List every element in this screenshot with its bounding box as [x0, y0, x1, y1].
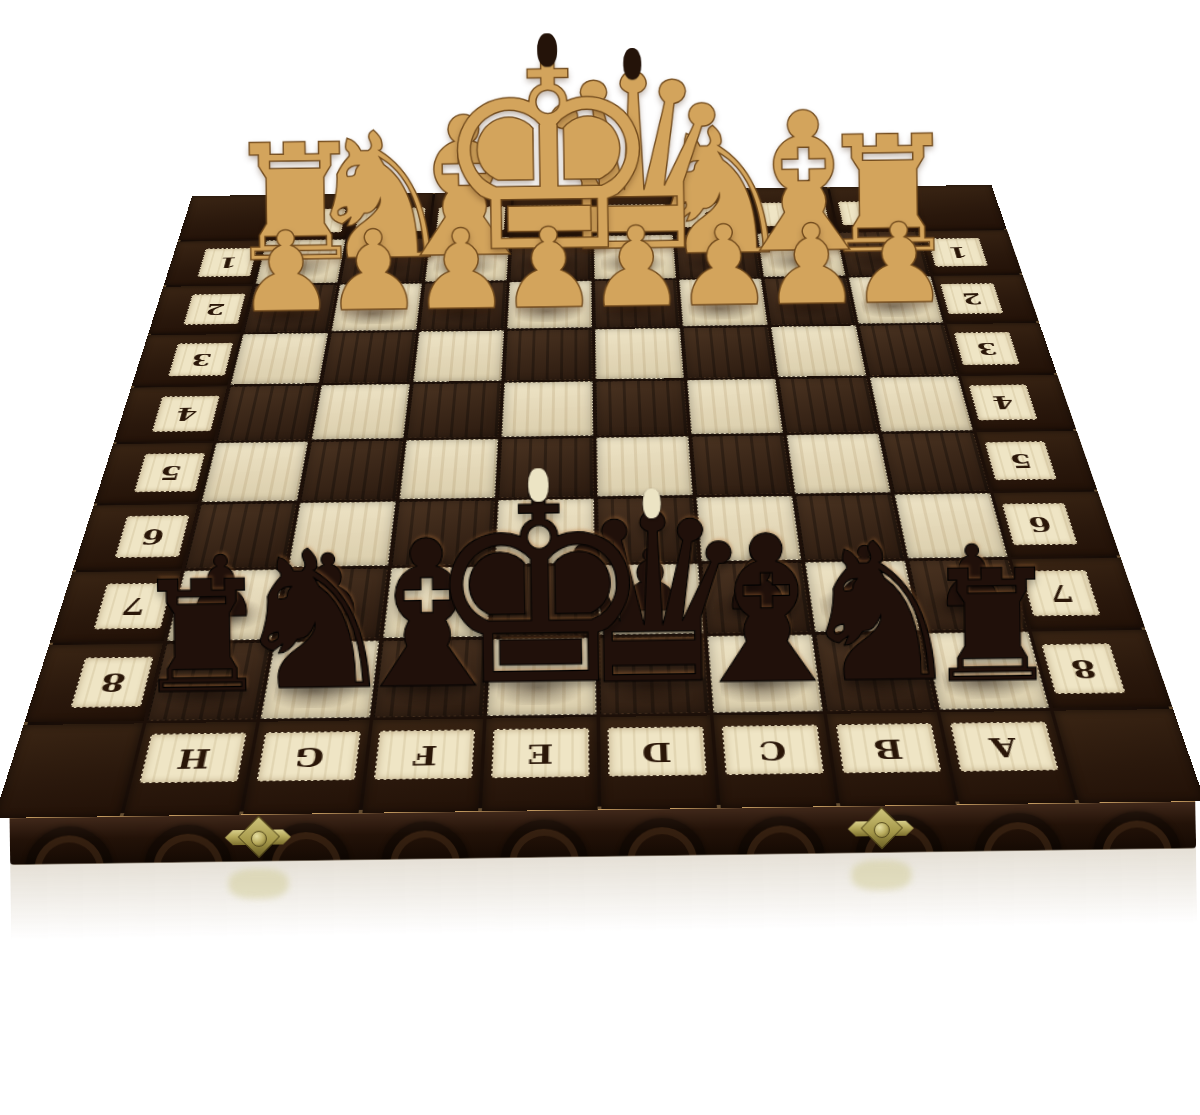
file-label-plaque: G: [257, 731, 361, 782]
rank-label-plaque: 6: [1002, 503, 1079, 546]
left-rail-cell: 1: [164, 240, 264, 285]
square-b3: [771, 325, 867, 376]
dark-finial: [537, 33, 557, 67]
square-g3: [322, 332, 416, 384]
square-f1: ♝: [425, 237, 509, 282]
rank-label: 4: [173, 405, 198, 423]
frame-corner: [178, 195, 275, 240]
piece-shadow: [497, 666, 587, 705]
file-label-plaque: E: [492, 728, 590, 779]
piece-white-bishop: ♝: [716, 86, 891, 280]
file-label: H: [297, 214, 322, 227]
piece-white-pawn: ♟: [411, 214, 512, 326]
left-rail-cell: 8: [24, 644, 162, 723]
piece-white-bishop: ♝: [377, 91, 552, 285]
near-rail-cell: G: [243, 720, 370, 814]
far-rail-cell: C: [672, 188, 755, 233]
near-rail-cell: E: [482, 717, 598, 811]
piece-shadow: [829, 662, 924, 701]
piece-shadow: [253, 302, 327, 326]
file-label-plaque: A: [838, 201, 911, 226]
right-rail-cell: 5: [977, 431, 1097, 491]
rank-label: 7: [1045, 581, 1075, 604]
square-a8: ♜: [924, 631, 1050, 709]
square-c6: [696, 496, 801, 562]
square-e7: [491, 565, 596, 637]
square-a1: ♜: [839, 231, 930, 275]
file-label-plaque: E: [518, 205, 586, 230]
square-h5: [201, 441, 308, 502]
right-rail-cell: 4: [961, 375, 1076, 431]
piece-shadow: [818, 587, 909, 623]
file-label: F: [412, 741, 438, 767]
far-rail-cell: A: [830, 186, 918, 231]
dark-finial: [623, 48, 642, 80]
piece-white-pawn: ♟: [849, 208, 950, 320]
rank-label: 5: [1007, 451, 1034, 470]
far-rail-cell: E: [512, 190, 591, 235]
file-label: B: [871, 735, 904, 761]
square-d7: ♟: [598, 564, 704, 636]
square-b2: ♟: [764, 277, 856, 325]
square-a4: [870, 376, 973, 432]
file-label-plaque: G: [355, 207, 426, 232]
file-label: C: [757, 737, 787, 763]
rank-label-plaque: 5: [984, 441, 1057, 481]
carved-circle-ornament: [25, 826, 114, 865]
square-e4: [501, 381, 593, 437]
rank-label-plaque: 1: [197, 248, 257, 278]
square-e3: [504, 329, 592, 381]
frame-corner: [1054, 709, 1200, 803]
piece-shadow: [774, 295, 847, 319]
square-d5: [596, 436, 693, 496]
rank-label: 3: [189, 351, 213, 368]
rank-label-plaque: 1: [927, 238, 988, 267]
file-label-plaque: B: [836, 723, 941, 774]
file-label: F: [462, 212, 480, 225]
rank-label: 1: [946, 245, 969, 259]
rank-label-plaque: 6: [114, 515, 190, 558]
square-h4: [217, 385, 319, 441]
square-h3: [231, 333, 329, 385]
square-g5: [300, 440, 403, 500]
piece-shadow: [609, 665, 699, 704]
near-rail-cell: C: [713, 714, 836, 808]
near-rail-cell: A: [940, 711, 1075, 805]
piece-shadow: [688, 296, 760, 320]
right-rail-cell: 8: [1032, 630, 1172, 708]
square-h1: ♜: [256, 239, 346, 284]
square-d2: ♟: [594, 280, 680, 328]
left-rail-cell: 3: [132, 334, 241, 386]
piece-shadow: [923, 585, 1016, 621]
square-c7: ♟: [701, 562, 811, 633]
square-g2: ♟: [331, 283, 422, 331]
piece-shadow: [850, 248, 922, 270]
rank-label-plaque: 3: [954, 332, 1021, 366]
square-f5: [399, 439, 498, 499]
piece-shadow: [264, 256, 335, 278]
latch-reflection: [851, 860, 911, 891]
square-b7: ♟: [805, 561, 920, 632]
frame-corner: [908, 185, 1006, 230]
square-d1: ♛: [594, 235, 677, 280]
square-f7: [383, 566, 491, 638]
piece-shadow: [713, 588, 801, 624]
left-rail-cell: 6: [73, 504, 198, 570]
piece-shadow: [427, 300, 498, 324]
square-d4: [596, 380, 689, 436]
piece-shadow: [286, 594, 376, 630]
square-a2: ♟: [849, 276, 944, 324]
square-b1: ♝: [757, 232, 845, 277]
square-b8: ♞: [815, 633, 936, 711]
rank-label-plaque: 3: [168, 342, 234, 376]
hinge-clasp-loop: [801, 178, 825, 197]
square-b6: [795, 494, 904, 559]
piece-shadow: [602, 297, 672, 321]
chess-board: HGFEDCBA1♜♞♝♚♛♞♝♜12♟♟♟♟♟♟♟♟2334455667♟♟♟…: [0, 185, 1200, 818]
square-f8: ♝: [374, 639, 488, 718]
piece-shadow: [607, 590, 693, 626]
file-label-plaque: H: [140, 733, 247, 784]
file-label-plaque: D: [599, 204, 667, 229]
file-label: G: [379, 213, 401, 226]
file-label-plaque: B: [758, 202, 829, 227]
piece-white-pawn: ♟: [586, 212, 687, 324]
square-a6: [894, 493, 1008, 558]
piece-white-rook: ♜: [222, 122, 368, 284]
file-label: E: [543, 211, 561, 224]
right-rail-cell: 3: [947, 323, 1057, 374]
square-f3: [413, 330, 504, 382]
piece-white-pawn: ♟: [236, 216, 337, 328]
perspective-tilt-wrapper: HGFEDCBA1♜♞♝♚♛♞♝♜12♟♟♟♟♟♟♟♟2334455667♟♟♟…: [0, 0, 1200, 1115]
rank-label-plaque: 4: [151, 395, 220, 432]
piece-white-queen: ♛: [524, 42, 744, 287]
near-rail-cell: F: [362, 719, 483, 813]
square-h6: [185, 503, 297, 569]
far-rail-cell: D: [593, 189, 673, 234]
piece-white-pawn: ♟: [674, 210, 775, 322]
piece-shadow: [601, 251, 669, 273]
rank-label-plaque: 8: [70, 656, 154, 708]
left-rail-cell: 7: [50, 571, 181, 643]
far-rail-cell: F: [430, 192, 512, 237]
brass-latch-right: [848, 811, 914, 848]
rank-label-plaque: 7: [1020, 570, 1101, 617]
carved-circle-ornament: [144, 824, 233, 865]
right-rail-cell: 6: [993, 492, 1119, 557]
rank-label-plaque: 7: [93, 582, 172, 629]
piece-shadow: [515, 298, 585, 322]
piece-shadow: [340, 301, 412, 325]
square-c4: [687, 379, 783, 435]
rank-label: 4: [990, 393, 1016, 411]
piece-white-king: ♚: [430, 26, 667, 289]
piece-white-pawn: ♟: [498, 213, 599, 325]
file-label: B: [782, 208, 804, 221]
rank-label: 1: [217, 255, 239, 269]
square-a5: [881, 432, 989, 492]
file-label: A: [987, 733, 1020, 759]
far-rail-cell: B: [751, 187, 837, 232]
left-rail-cell: 4: [114, 386, 228, 442]
file-label-plaque: C: [722, 725, 824, 776]
file-label-plaque: F: [436, 206, 505, 231]
piece-white-knight: ♞: [640, 104, 798, 280]
file-label: D: [622, 210, 643, 223]
piece-white-pawn: ♟: [323, 215, 424, 327]
square-c5: [691, 435, 791, 495]
latch-reflection: [228, 868, 288, 899]
left-rail-cell: 2: [148, 286, 252, 334]
rank-label-plaque: 5: [134, 453, 206, 493]
square-g4: [312, 384, 410, 440]
piece-white-pawn: ♟: [761, 209, 862, 321]
square-f6: [391, 500, 494, 566]
square-f2: ♟: [419, 282, 507, 330]
file-label: E: [528, 740, 555, 766]
square-a3: [859, 324, 958, 375]
square-g7: ♟: [275, 568, 388, 640]
square-d6: [597, 497, 698, 563]
file-label-plaque: H: [274, 208, 346, 233]
piece-shadow: [272, 669, 366, 708]
file-label-plaque: D: [608, 726, 707, 777]
brass-latch-left: [225, 819, 291, 856]
table-reflection: [10, 848, 1197, 970]
square-e6: [495, 499, 595, 565]
near-rail-cell: B: [827, 712, 956, 806]
piece-shadow: [860, 294, 935, 318]
file-label-plaque: C: [678, 203, 748, 228]
rank-label: 6: [139, 526, 167, 547]
square-c2: ♟: [679, 278, 768, 326]
rank-label-plaque: 8: [1041, 643, 1126, 695]
file-label: A: [863, 207, 884, 220]
square-b5: [786, 434, 890, 494]
square-d3: [595, 328, 684, 380]
square-h7: ♟: [167, 569, 285, 641]
rank-label: 2: [960, 291, 984, 306]
square-e1: ♚: [510, 236, 592, 281]
square-h2: ♟: [244, 284, 338, 332]
near-rail-cell: H: [123, 722, 256, 816]
file-label: C: [703, 209, 723, 222]
chess-set-photo: HGFEDCBA1♜♞♝♚♛♞♝♜12♟♟♟♟♟♟♟♟2334455667♟♟♟…: [0, 0, 1200, 1115]
square-h8: ♜: [147, 642, 271, 721]
piece-shadow: [767, 249, 837, 271]
rank-label: 2: [203, 301, 226, 317]
square-g6: [288, 501, 396, 567]
frame-corner: [0, 723, 143, 818]
square-b4: [778, 377, 878, 433]
piece-shadow: [385, 668, 477, 707]
piece-shadow: [433, 253, 501, 275]
latch-knob: [251, 831, 267, 847]
rank-label: 8: [1067, 656, 1099, 681]
file-label: G: [293, 743, 326, 769]
square-d8: ♛: [599, 636, 710, 714]
piece-shadow: [159, 671, 256, 710]
file-label: D: [641, 738, 672, 764]
near-rail-cell: D: [600, 715, 717, 809]
piece-shadow: [517, 252, 584, 274]
square-c3: [683, 327, 775, 379]
piece-shadow: [349, 255, 419, 277]
file-label-plaque: A: [950, 721, 1058, 772]
rank-label: 3: [974, 340, 999, 357]
piece-shadow: [684, 250, 753, 272]
piece-shadow: [939, 660, 1037, 699]
square-g1: ♞: [340, 238, 427, 283]
square-f4: [406, 382, 501, 438]
square-e5: [498, 438, 594, 498]
square-e8: ♚: [487, 638, 597, 716]
square-c1: ♞: [675, 234, 760, 279]
right-rail-cell: 2: [933, 275, 1038, 323]
far-rail-cell: G: [348, 193, 432, 238]
piece-white-knight: ♞: [301, 109, 459, 285]
piece-white-rook: ♜: [815, 114, 961, 276]
square-c8: ♝: [707, 634, 823, 712]
right-rail-cell: 7: [1012, 558, 1145, 629]
rank-label: 8: [97, 669, 128, 695]
piece-shadow: [178, 596, 270, 632]
piece-shadow: [719, 663, 812, 702]
rank-label-plaque: 4: [968, 384, 1038, 421]
rank-label: 6: [1025, 513, 1054, 534]
rank-label: 5: [157, 463, 184, 483]
rank-label-plaque: 2: [183, 293, 246, 325]
square-e2: ♟: [507, 281, 592, 329]
left-rail-cell: 5: [94, 443, 213, 504]
rank-label: 7: [119, 594, 149, 617]
file-label-plaque: F: [374, 729, 475, 780]
square-a7: ♟: [908, 559, 1027, 630]
far-rail-cell: H: [267, 194, 354, 239]
square-g8: ♞: [260, 641, 379, 720]
file-label: H: [175, 745, 213, 771]
right-rail-cell: 1: [921, 230, 1022, 275]
rank-label-plaque: 2: [940, 283, 1004, 315]
